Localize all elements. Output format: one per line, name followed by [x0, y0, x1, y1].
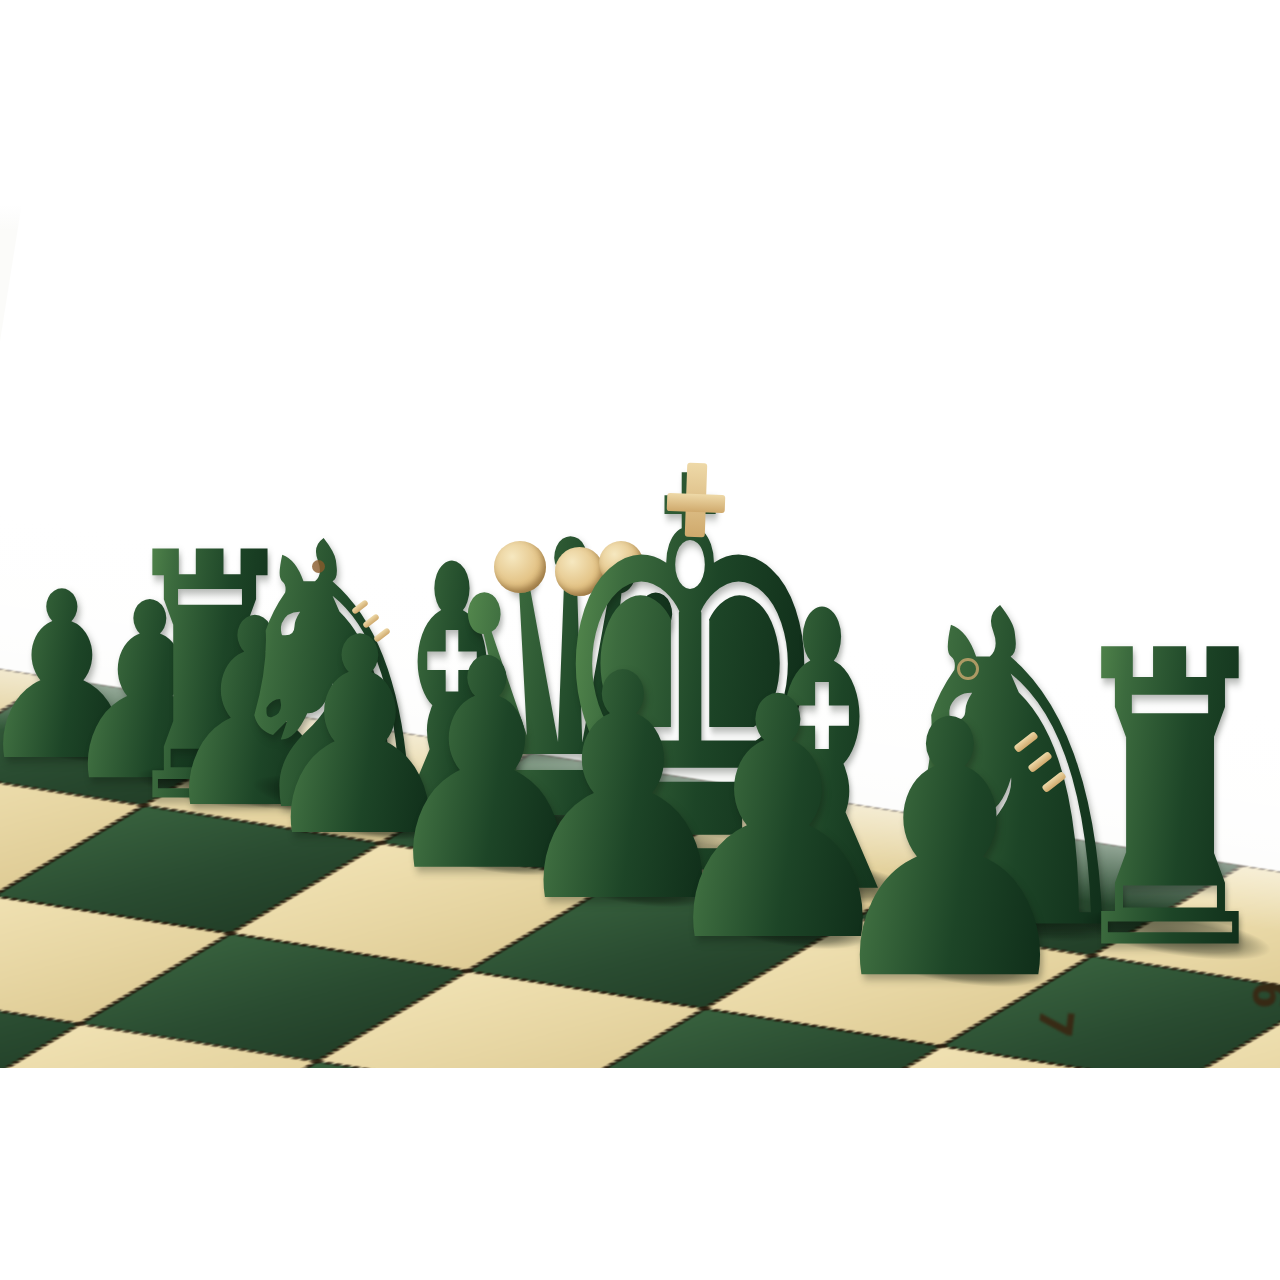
piece-rook-right: ♜: [1061, 599, 1280, 1006]
piece-pawn-8: ♟: [815, 674, 1085, 1028]
knight-left-knot: [312, 560, 325, 573]
king-cross-horizontal: [667, 493, 726, 513]
queen-ball-1: [494, 541, 546, 593]
photo-bottom-margin: [0, 1068, 1280, 1280]
chess-set-product-photo: 7 6 ♜♞♝♛♚♝♞♜♟♟♟♟♟♟♟♟: [0, 0, 1280, 1280]
